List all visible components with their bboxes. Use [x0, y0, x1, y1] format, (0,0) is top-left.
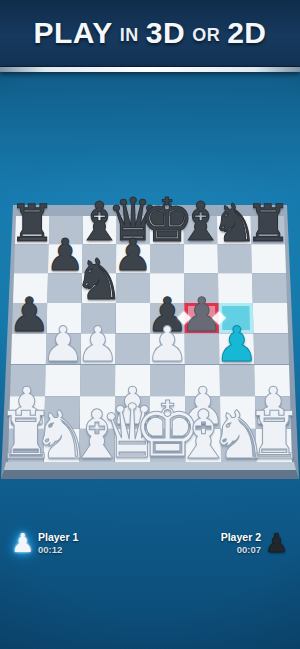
player2-clock: 00:07 — [237, 544, 261, 555]
square-h4[interactable] — [254, 333, 290, 364]
white-pawn-e4[interactable]: ♟ — [146, 320, 190, 369]
white-pawn-g4[interactable]: ♟ — [215, 320, 259, 369]
white-pawn-c4[interactable]: ♟ — [76, 320, 120, 369]
black-pawn-icon: ♟ — [265, 530, 288, 556]
white-pawn-icon: ♟ — [11, 530, 34, 556]
header-divider — [0, 66, 300, 72]
black-knight-c6[interactable]: ♞ — [73, 252, 123, 308]
player2-name: Player 2 — [221, 531, 261, 543]
chess-board: ♜♝♛♚♝♞♜♟♟♞♟♟♟♟♟♟♟♟♟♟♟♜♞♝♛♚♝♞♜ — [0, 0, 300, 520]
white-rook-h1[interactable]: ♜ — [245, 403, 300, 468]
black-rook-h8[interactable]: ♜ — [245, 198, 291, 249]
square-h6[interactable] — [252, 273, 287, 303]
player1-name: Player 1 — [38, 531, 78, 543]
app-screenshot: PLAY IN 3D OR 2D ♜♝♛♚♝♞♜♟♟♞♟♟♟♟♟♟♟♟♟♟♟♜♞… — [0, 0, 300, 649]
square-g6[interactable] — [218, 273, 253, 303]
player1-clock: 00:12 — [38, 544, 62, 555]
